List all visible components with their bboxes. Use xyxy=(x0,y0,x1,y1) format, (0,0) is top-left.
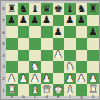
square-c8[interactable]: ♝ xyxy=(29,3,41,15)
piece-white-knight: ♞ xyxy=(65,61,74,71)
square-a2[interactable]: ♟ xyxy=(6,73,18,85)
square-g8[interactable]: ♞ xyxy=(76,3,88,15)
square-h8[interactable]: ♜ xyxy=(87,3,99,15)
square-f2[interactable]: ♟ xyxy=(64,73,76,85)
piece-black-knight: ♞ xyxy=(19,3,28,13)
piece-white-pawn: ♟ xyxy=(89,73,98,83)
square-d5[interactable] xyxy=(41,38,53,50)
piece-black-pawn: ♟ xyxy=(54,27,63,37)
square-f3[interactable]: ♞ xyxy=(64,61,76,73)
piece-white-pawn: ♟ xyxy=(54,50,63,60)
square-h2[interactable]: ♟ xyxy=(87,73,99,85)
piece-white-pawn: ♟ xyxy=(42,73,51,83)
square-c4[interactable] xyxy=(29,50,41,62)
square-a6[interactable] xyxy=(6,26,18,38)
square-a4[interactable] xyxy=(6,50,18,62)
square-b5[interactable] xyxy=(18,38,30,50)
square-d3[interactable] xyxy=(41,61,53,73)
square-e4[interactable]: ♟ xyxy=(53,50,65,62)
file-labels: abcdefgh xyxy=(6,94,99,99)
square-c5[interactable] xyxy=(29,38,41,50)
square-g6[interactable] xyxy=(76,26,88,38)
piece-black-bishop: ♝ xyxy=(31,3,40,13)
square-c7[interactable]: ♟ xyxy=(29,15,41,27)
piece-black-knight: ♞ xyxy=(77,3,86,13)
square-f8[interactable]: ♝ xyxy=(64,3,76,15)
square-d4[interactable] xyxy=(41,50,53,62)
piece-black-queen: ♛ xyxy=(42,3,51,13)
piece-black-pawn: ♟ xyxy=(77,15,86,25)
square-h5[interactable] xyxy=(87,38,99,50)
square-d7[interactable]: ♟ xyxy=(41,15,53,27)
square-h6[interactable]: ♟ xyxy=(87,26,99,38)
square-c2[interactable]: ♟ xyxy=(29,73,41,85)
square-h7[interactable] xyxy=(87,15,99,27)
chess-board[interactable]: ♜♞♝♛♚♝♞♜♟♟♟♟♟♟♟♟♟♞♞♟♟♟♟♟♟♟♜♝♛♚♝♜ xyxy=(6,3,99,96)
piece-black-king: ♚ xyxy=(54,3,63,13)
square-e8[interactable]: ♚ xyxy=(53,3,65,15)
square-c3[interactable]: ♞ xyxy=(29,61,41,73)
square-e3[interactable] xyxy=(53,61,65,73)
file-label-f: f xyxy=(64,94,76,99)
square-e2[interactable] xyxy=(53,73,65,85)
piece-white-pawn: ♟ xyxy=(77,73,86,83)
piece-black-bishop: ♝ xyxy=(65,3,74,13)
square-b2[interactable]: ♟ xyxy=(18,73,30,85)
file-label-b: b xyxy=(18,94,30,99)
square-b6[interactable] xyxy=(18,26,30,38)
piece-black-pawn: ♟ xyxy=(7,15,16,25)
piece-black-pawn: ♟ xyxy=(65,15,74,25)
square-g4[interactable] xyxy=(76,50,88,62)
square-d8[interactable]: ♛ xyxy=(41,3,53,15)
square-h3[interactable] xyxy=(87,61,99,73)
square-e5[interactable] xyxy=(53,38,65,50)
file-label-d: d xyxy=(41,94,53,99)
square-d6[interactable] xyxy=(41,26,53,38)
piece-white-pawn: ♟ xyxy=(19,73,28,83)
chess-board-window: 87654321 ♜♞♝♛♚♝♞♜♟♟♟♟♟♟♟♟♟♞♞♟♟♟♟♟♟♟♜♝♛♚♝… xyxy=(0,0,100,100)
file-label-h: h xyxy=(87,94,99,99)
piece-white-pawn: ♟ xyxy=(7,73,16,83)
square-g2[interactable]: ♟ xyxy=(76,73,88,85)
square-f6[interactable] xyxy=(64,26,76,38)
square-b7[interactable]: ♟ xyxy=(18,15,30,27)
square-h4[interactable] xyxy=(87,50,99,62)
piece-white-pawn: ♟ xyxy=(65,73,74,83)
square-a7[interactable]: ♟ xyxy=(6,15,18,27)
piece-black-pawn: ♟ xyxy=(19,15,28,25)
file-label-c: c xyxy=(29,94,41,99)
piece-black-rook: ♜ xyxy=(7,3,16,13)
piece-black-pawn: ♟ xyxy=(31,15,40,25)
square-a3[interactable] xyxy=(6,61,18,73)
piece-white-pawn: ♟ xyxy=(31,73,40,83)
square-f5[interactable] xyxy=(64,38,76,50)
square-b4[interactable] xyxy=(18,50,30,62)
file-label-e: e xyxy=(53,94,65,99)
piece-black-pawn: ♟ xyxy=(42,15,51,25)
square-g5[interactable] xyxy=(76,38,88,50)
piece-black-rook: ♜ xyxy=(89,3,98,13)
square-b8[interactable]: ♞ xyxy=(18,3,30,15)
file-label-a: a xyxy=(6,94,18,99)
piece-black-pawn: ♟ xyxy=(89,27,98,37)
square-f7[interactable]: ♟ xyxy=(64,15,76,27)
square-g3[interactable] xyxy=(76,61,88,73)
square-e7[interactable] xyxy=(53,15,65,27)
square-c6[interactable] xyxy=(29,26,41,38)
square-a8[interactable]: ♜ xyxy=(6,3,18,15)
piece-white-knight: ♞ xyxy=(31,61,40,71)
square-a5[interactable] xyxy=(6,38,18,50)
square-f4[interactable] xyxy=(64,50,76,62)
square-g7[interactable]: ♟ xyxy=(76,15,88,27)
square-e6[interactable]: ♟ xyxy=(53,26,65,38)
square-b3[interactable] xyxy=(18,61,30,73)
square-d2[interactable]: ♟ xyxy=(41,73,53,85)
file-label-g: g xyxy=(76,94,88,99)
